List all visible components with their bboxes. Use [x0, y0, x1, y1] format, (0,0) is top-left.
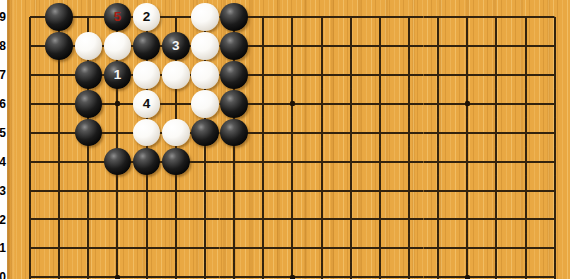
intersection[interactable]: [453, 31, 482, 60]
intersection[interactable]: [161, 176, 190, 205]
intersection[interactable]: [220, 147, 249, 176]
intersection[interactable]: [453, 147, 482, 176]
intersection[interactable]: [365, 31, 394, 60]
go-board: 52314: [15, 3, 569, 279]
intersection[interactable]: [336, 118, 365, 147]
intersection[interactable]: [482, 118, 511, 147]
stone-white[interactable]: [191, 3, 219, 31]
intersection[interactable]: [511, 205, 540, 234]
intersection[interactable]: [15, 234, 44, 263]
intersection[interactable]: [394, 263, 423, 279]
intersection[interactable]: [424, 118, 453, 147]
star-point: [465, 275, 470, 279]
row-label: 10: [0, 269, 6, 279]
intersection[interactable]: [365, 176, 394, 205]
row-label: 19: [0, 9, 6, 25]
intersection[interactable]: [278, 147, 307, 176]
intersection[interactable]: [249, 118, 278, 147]
stone-black[interactable]: [133, 148, 161, 176]
intersection[interactable]: [74, 3, 103, 32]
intersection[interactable]: [365, 234, 394, 263]
intersection[interactable]: [161, 263, 190, 279]
intersection[interactable]: [453, 234, 482, 263]
intersection[interactable]: [161, 89, 190, 118]
intersection[interactable]: [249, 176, 278, 205]
intersection[interactable]: [132, 31, 161, 60]
intersection[interactable]: [424, 147, 453, 176]
intersection[interactable]: [103, 205, 132, 234]
intersection[interactable]: [103, 234, 132, 263]
intersection[interactable]: [249, 205, 278, 234]
intersection[interactable]: [74, 234, 103, 263]
intersection[interactable]: [482, 60, 511, 89]
intersection[interactable]: [190, 31, 219, 60]
intersection[interactable]: [132, 234, 161, 263]
intersection[interactable]: [307, 205, 336, 234]
row-label: 16: [0, 96, 6, 112]
intersection[interactable]: [74, 205, 103, 234]
intersection[interactable]: [249, 3, 278, 32]
intersection[interactable]: [365, 118, 394, 147]
stone-white[interactable]: [191, 90, 219, 118]
intersection[interactable]: [15, 60, 44, 89]
intersection[interactable]: [278, 234, 307, 263]
intersection[interactable]: [307, 31, 336, 60]
intersection[interactable]: [453, 3, 482, 32]
intersection[interactable]: [453, 118, 482, 147]
intersection[interactable]: [103, 147, 132, 176]
stone-black[interactable]: [133, 32, 161, 60]
intersection[interactable]: [45, 118, 74, 147]
intersection[interactable]: [161, 205, 190, 234]
intersection[interactable]: [45, 176, 74, 205]
stone-white[interactable]: [104, 32, 132, 60]
stone-black[interactable]: [220, 32, 248, 60]
intersection[interactable]: [15, 89, 44, 118]
board-edge-shading: [7, 0, 15, 279]
move-number: 1: [114, 68, 122, 82]
intersection[interactable]: [511, 60, 540, 89]
intersection[interactable]: [482, 3, 511, 32]
intersection[interactable]: [482, 147, 511, 176]
intersection[interactable]: [336, 176, 365, 205]
intersection[interactable]: [394, 176, 423, 205]
intersection[interactable]: [220, 263, 249, 279]
intersection[interactable]: [511, 234, 540, 263]
intersection[interactable]: [249, 31, 278, 60]
intersection[interactable]: [511, 118, 540, 147]
intersection[interactable]: [394, 118, 423, 147]
intersection[interactable]: [394, 89, 423, 118]
intersection[interactable]: [453, 205, 482, 234]
coordinate-labels: 19181716151413121110: [0, 0, 7, 279]
row-label: 12: [0, 212, 6, 228]
intersection[interactable]: [190, 3, 219, 32]
intersection[interactable]: [161, 60, 190, 89]
stone-black[interactable]: [45, 3, 73, 31]
intersection[interactable]: [249, 263, 278, 279]
intersection[interactable]: [424, 89, 453, 118]
intersection[interactable]: [278, 118, 307, 147]
stone-black[interactable]: 3: [162, 32, 190, 60]
intersection[interactable]: [394, 3, 423, 32]
stone-white[interactable]: [191, 61, 219, 89]
intersection[interactable]: [190, 205, 219, 234]
intersection[interactable]: [103, 176, 132, 205]
intersection[interactable]: [74, 263, 103, 279]
intersection[interactable]: [103, 263, 132, 279]
intersection[interactable]: [511, 263, 540, 279]
stone-white[interactable]: 4: [133, 90, 161, 118]
go-board-screen: 19181716151413121110 52314: [0, 0, 570, 279]
intersection[interactable]: [540, 89, 569, 118]
intersection[interactable]: [190, 89, 219, 118]
star-point: [290, 275, 295, 279]
intersection[interactable]: [15, 3, 44, 32]
intersection[interactable]: [15, 31, 44, 60]
row-label: 13: [0, 183, 6, 199]
intersection[interactable]: [45, 3, 74, 32]
intersection[interactable]: [540, 118, 569, 147]
star-point: [290, 101, 295, 106]
intersection[interactable]: 4: [132, 89, 161, 118]
intersection[interactable]: [132, 176, 161, 205]
stone-white[interactable]: [191, 32, 219, 60]
stone-black[interactable]: 1: [104, 61, 132, 89]
intersection[interactable]: [394, 147, 423, 176]
intersection[interactable]: [482, 234, 511, 263]
intersection[interactable]: [103, 118, 132, 147]
row-label: 11: [0, 240, 6, 256]
intersection[interactable]: [482, 176, 511, 205]
intersection[interactable]: [540, 31, 569, 60]
intersection[interactable]: [424, 263, 453, 279]
intersection[interactable]: [394, 31, 423, 60]
intersection[interactable]: [15, 176, 44, 205]
intersection[interactable]: [336, 89, 365, 118]
intersection[interactable]: [161, 234, 190, 263]
intersection[interactable]: [15, 263, 44, 279]
star-point: [115, 275, 120, 279]
star-point: [465, 101, 470, 106]
star-point: [115, 101, 120, 106]
stone-white[interactable]: [133, 61, 161, 89]
stone-white[interactable]: [162, 119, 190, 147]
intersection[interactable]: [424, 60, 453, 89]
intersection[interactable]: [190, 118, 219, 147]
row-label: 18: [0, 38, 6, 54]
intersection[interactable]: [103, 31, 132, 60]
stone-black[interactable]: [220, 3, 248, 31]
intersection[interactable]: [307, 147, 336, 176]
row-label: 15: [0, 125, 6, 141]
intersection[interactable]: [540, 263, 569, 279]
intersection[interactable]: [511, 3, 540, 32]
stone-black[interactable]: [220, 119, 248, 147]
intersection[interactable]: [278, 176, 307, 205]
stone-black[interactable]: [191, 119, 219, 147]
intersection[interactable]: [336, 31, 365, 60]
intersection[interactable]: [220, 176, 249, 205]
stone-black[interactable]: [75, 90, 103, 118]
intersection[interactable]: [365, 205, 394, 234]
stone-black[interactable]: [162, 148, 190, 176]
stone-black[interactable]: [220, 90, 248, 118]
intersection[interactable]: [249, 60, 278, 89]
intersection[interactable]: [190, 234, 219, 263]
intersection[interactable]: [540, 205, 569, 234]
intersection[interactable]: [540, 176, 569, 205]
intersection[interactable]: [161, 3, 190, 32]
intersection[interactable]: [249, 89, 278, 118]
intersection[interactable]: [453, 60, 482, 89]
intersection[interactable]: [132, 263, 161, 279]
intersection[interactable]: [394, 60, 423, 89]
intersection[interactable]: [220, 60, 249, 89]
intersection[interactable]: [336, 3, 365, 32]
intersection[interactable]: [336, 234, 365, 263]
stone-white[interactable]: [133, 119, 161, 147]
intersection[interactable]: [394, 205, 423, 234]
stone-black[interactable]: [104, 148, 132, 176]
intersection[interactable]: [336, 60, 365, 89]
intersection[interactable]: [45, 234, 74, 263]
intersection[interactable]: [74, 147, 103, 176]
intersection[interactable]: [540, 147, 569, 176]
intersection[interactable]: [365, 60, 394, 89]
intersection[interactable]: [15, 118, 44, 147]
stone-white[interactable]: [162, 61, 190, 89]
intersection[interactable]: [132, 60, 161, 89]
move-number: 4: [143, 97, 151, 111]
intersection[interactable]: [482, 205, 511, 234]
intersection[interactable]: [511, 176, 540, 205]
intersection[interactable]: [161, 118, 190, 147]
stone-black[interactable]: [75, 119, 103, 147]
intersection[interactable]: 1: [103, 60, 132, 89]
intersection[interactable]: [74, 31, 103, 60]
intersection[interactable]: [482, 89, 511, 118]
intersection[interactable]: [45, 31, 74, 60]
intersection[interactable]: [424, 205, 453, 234]
intersection[interactable]: [453, 176, 482, 205]
intersection[interactable]: [15, 147, 44, 176]
intersection[interactable]: 5: [103, 3, 132, 32]
move-number: 3: [172, 39, 180, 53]
intersection[interactable]: [307, 263, 336, 279]
intersection[interactable]: [220, 205, 249, 234]
intersection[interactable]: [394, 234, 423, 263]
intersection[interactable]: [307, 60, 336, 89]
intersection[interactable]: [424, 3, 453, 32]
intersection[interactable]: [278, 60, 307, 89]
intersection[interactable]: [190, 147, 219, 176]
intersection[interactable]: [307, 89, 336, 118]
intersection[interactable]: [424, 31, 453, 60]
stone-black[interactable]: [75, 61, 103, 89]
row-label: 17: [0, 67, 6, 83]
intersection[interactable]: [161, 147, 190, 176]
intersection[interactable]: [45, 205, 74, 234]
stone-black[interactable]: 5: [104, 3, 132, 31]
intersection[interactable]: [511, 31, 540, 60]
intersection[interactable]: [424, 234, 453, 263]
intersection[interactable]: [190, 263, 219, 279]
intersection[interactable]: [307, 3, 336, 32]
intersection[interactable]: [307, 176, 336, 205]
intersection[interactable]: [540, 3, 569, 32]
intersection[interactable]: [540, 234, 569, 263]
intersection[interactable]: [336, 147, 365, 176]
intersection[interactable]: [278, 3, 307, 32]
intersection[interactable]: [365, 263, 394, 279]
stone-white[interactable]: [75, 32, 103, 60]
intersection[interactable]: [307, 118, 336, 147]
stone-black[interactable]: [45, 32, 73, 60]
intersection[interactable]: 2: [132, 3, 161, 32]
intersection[interactable]: [307, 234, 336, 263]
intersection[interactable]: [365, 3, 394, 32]
intersection[interactable]: [453, 263, 482, 279]
move-number: 5: [114, 10, 122, 24]
intersection[interactable]: [540, 60, 569, 89]
intersection[interactable]: [132, 118, 161, 147]
intersection[interactable]: [45, 89, 74, 118]
move-number: 2: [143, 10, 151, 24]
intersection[interactable]: [482, 31, 511, 60]
intersection[interactable]: [336, 263, 365, 279]
intersection[interactable]: [190, 60, 219, 89]
intersection[interactable]: [190, 176, 219, 205]
intersection[interactable]: [74, 60, 103, 89]
intersection[interactable]: [220, 89, 249, 118]
intersection[interactable]: [74, 176, 103, 205]
intersection[interactable]: [249, 147, 278, 176]
intersection[interactable]: [365, 147, 394, 176]
intersection[interactable]: [482, 263, 511, 279]
intersection[interactable]: [278, 31, 307, 60]
intersection[interactable]: [103, 89, 132, 118]
intersection[interactable]: [220, 234, 249, 263]
intersection[interactable]: [15, 205, 44, 234]
intersection[interactable]: 3: [161, 31, 190, 60]
intersection[interactable]: [132, 147, 161, 176]
row-label: 14: [0, 154, 6, 170]
intersection[interactable]: [278, 263, 307, 279]
intersection[interactable]: [424, 176, 453, 205]
intersection[interactable]: [220, 31, 249, 60]
intersection[interactable]: [45, 60, 74, 89]
intersection[interactable]: [365, 89, 394, 118]
intersection[interactable]: [453, 89, 482, 118]
intersection[interactable]: [220, 3, 249, 32]
intersection[interactable]: [511, 89, 540, 118]
intersection[interactable]: [249, 234, 278, 263]
intersection[interactable]: [220, 118, 249, 147]
intersection[interactable]: [336, 205, 365, 234]
intersection[interactable]: [45, 263, 74, 279]
intersection[interactable]: [278, 89, 307, 118]
stone-white[interactable]: 2: [133, 3, 161, 31]
intersection[interactable]: [45, 147, 74, 176]
intersection[interactable]: [511, 147, 540, 176]
intersection[interactable]: [74, 118, 103, 147]
intersection[interactable]: [132, 205, 161, 234]
intersection[interactable]: [278, 205, 307, 234]
stone-black[interactable]: [220, 61, 248, 89]
intersection[interactable]: [74, 89, 103, 118]
